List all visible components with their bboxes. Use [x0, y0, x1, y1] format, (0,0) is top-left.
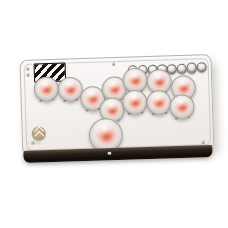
- attack-button-7: [146, 90, 172, 116]
- aux-button-8: [196, 62, 207, 73]
- screw-left-lower: [26, 74, 29, 77]
- controller-body: Fr.Studio: [19, 54, 212, 163]
- screw-top-center: [112, 62, 115, 65]
- aux-button-row: [20, 55, 210, 61]
- brand-logo-text: Fr.Studio: [26, 141, 51, 145]
- attack-button-8: [169, 94, 195, 120]
- attack-button-6: [122, 89, 148, 115]
- double-chevron-logo-icon: [32, 126, 46, 140]
- brand-logo: Fr.Studio: [32, 126, 46, 140]
- plate-screws: [20, 55, 210, 61]
- screw-left-upper: [26, 68, 29, 71]
- top-plate: Fr.Studio: [19, 54, 214, 154]
- main-button-cluster: [20, 55, 210, 61]
- aux-button-7: [186, 63, 197, 74]
- direction-left-button: [33, 76, 59, 102]
- front-jack-dot: [107, 151, 111, 154]
- product-photo: Fr.Studio: [0, 0, 228, 228]
- screw-bottom-right: [202, 140, 205, 143]
- aux-button-6: [177, 63, 188, 74]
